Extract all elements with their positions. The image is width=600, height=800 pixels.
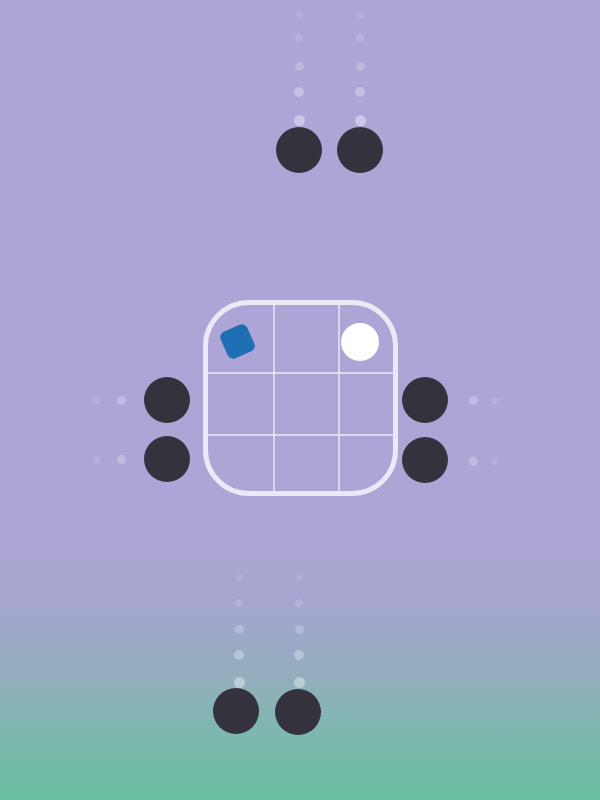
- black-dot[interactable]: [402, 437, 448, 483]
- black-dot[interactable]: [337, 127, 383, 173]
- trail-dot: [294, 650, 304, 660]
- grid-line-horizontal: [208, 372, 393, 374]
- trail-dot: [234, 677, 245, 688]
- trail-dot: [117, 455, 126, 464]
- trail-dot: [295, 625, 304, 634]
- trail-dot: [469, 457, 478, 466]
- trail-dot: [294, 677, 305, 688]
- trail-dot: [235, 599, 243, 607]
- trail-dot: [234, 650, 244, 660]
- trail-dot: [356, 62, 365, 71]
- board-cell: [331, 367, 393, 429]
- trail-dot: [356, 34, 364, 42]
- trail-dot: [235, 625, 244, 634]
- board-cell: [208, 305, 270, 367]
- trail-dot: [491, 397, 498, 404]
- trail-dot: [93, 456, 100, 463]
- trail-dot: [236, 574, 243, 581]
- trail-dot: [296, 574, 303, 581]
- board-cell: [270, 367, 332, 429]
- board-cell: [331, 305, 393, 367]
- puzzle-board: [203, 300, 398, 496]
- trail-dot: [355, 87, 365, 97]
- grid-line-horizontal: [208, 434, 393, 436]
- game-scene: [0, 0, 600, 800]
- black-dot[interactable]: [144, 436, 190, 482]
- grid-line-vertical: [273, 305, 275, 491]
- white-dot-piece[interactable]: [341, 323, 379, 361]
- board-cell: [208, 367, 270, 429]
- trail-dot: [491, 458, 498, 465]
- board-cell: [208, 429, 270, 491]
- trail-dot: [117, 396, 126, 405]
- black-dot[interactable]: [213, 688, 259, 734]
- black-dot[interactable]: [402, 377, 448, 423]
- blue-block-piece[interactable]: [219, 322, 257, 360]
- board-cells: [208, 305, 393, 491]
- black-dot[interactable]: [276, 127, 322, 173]
- board-cell: [270, 305, 332, 367]
- board-cell: [331, 429, 393, 491]
- trail-dot: [294, 115, 305, 126]
- trail-dot: [296, 12, 303, 19]
- grid-line-vertical: [338, 305, 340, 491]
- black-dot[interactable]: [144, 377, 190, 423]
- black-dot[interactable]: [275, 689, 321, 735]
- trail-dot: [295, 34, 303, 42]
- trail-dot: [355, 115, 366, 126]
- trail-dot: [469, 396, 478, 405]
- board-cell: [270, 429, 332, 491]
- trail-dot: [295, 62, 304, 71]
- trail-dot: [93, 397, 100, 404]
- trail-dot: [294, 87, 304, 97]
- trail-dot: [295, 599, 303, 607]
- trail-dot: [357, 12, 364, 19]
